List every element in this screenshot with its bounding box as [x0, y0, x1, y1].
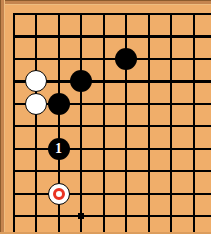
black-stone: 1 — [48, 138, 70, 160]
black-stone — [115, 48, 137, 70]
star-point — [78, 213, 84, 219]
black-stone — [48, 93, 70, 115]
white-stone — [25, 70, 47, 92]
go-diagram: 1 — [0, 0, 211, 234]
black-stone — [70, 70, 92, 92]
move-number-label: 1 — [55, 141, 62, 155]
board-frame-left-edge — [0, 0, 5, 234]
go-board: 1 — [2, 2, 211, 234]
board-bottom-shade — [0, 232, 211, 234]
white-stone — [48, 183, 70, 205]
white-stone — [25, 93, 47, 115]
board-frame-top-edge — [0, 0, 211, 5]
circle-marker — [53, 188, 65, 200]
